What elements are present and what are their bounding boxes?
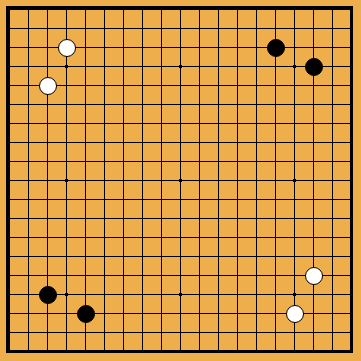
stones-layer	[0, 0, 361, 361]
white-stone[interactable]	[58, 39, 76, 57]
black-stone[interactable]	[77, 305, 95, 323]
go-board[interactable]	[0, 0, 361, 361]
black-stone[interactable]	[267, 39, 285, 57]
white-stone[interactable]	[286, 305, 304, 323]
white-stone[interactable]	[39, 77, 57, 95]
white-stone[interactable]	[305, 267, 323, 285]
black-stone[interactable]	[305, 58, 323, 76]
black-stone[interactable]	[39, 286, 57, 304]
